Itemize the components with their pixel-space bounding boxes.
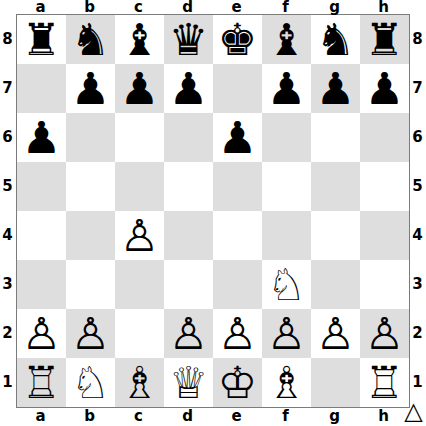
rank-label-4-left: 4 (0, 210, 15, 259)
square-b1[interactable]: ♘ (66, 358, 115, 407)
piece-black-rook[interactable]: ♜ (22, 15, 61, 64)
square-h3[interactable] (360, 260, 409, 309)
piece-black-pawn[interactable]: ♟ (218, 113, 257, 162)
file-label-f-bottom: f (261, 407, 310, 425)
square-a2[interactable]: ♙ (17, 309, 66, 358)
square-g7[interactable]: ♟ (311, 64, 360, 113)
piece-black-pawn[interactable]: ♟ (169, 64, 208, 113)
square-f1[interactable]: ♗ (262, 358, 311, 407)
square-f5[interactable] (262, 162, 311, 211)
piece-black-king[interactable]: ♚ (218, 15, 257, 64)
piece-white-pawn[interactable]: ♙ (365, 309, 404, 358)
rank-label-5-left: 5 (0, 161, 15, 210)
square-d2[interactable]: ♙ (164, 309, 213, 358)
square-h6[interactable] (360, 113, 409, 162)
square-a5[interactable] (17, 162, 66, 211)
piece-white-king[interactable]: ♔ (218, 358, 257, 407)
square-h4[interactable] (360, 211, 409, 260)
square-g8[interactable]: ♞ (311, 15, 360, 64)
chess-diagram: ♜♞♝♛♚♝♞♜♟♟♟♟♟♟♟♟♙♘♙♙♙♙♙♙♙♖♘♗♕♔♗♖ △ aabbc… (0, 0, 426, 426)
square-a6[interactable]: ♟ (17, 113, 66, 162)
square-h5[interactable] (360, 162, 409, 211)
square-f7[interactable]: ♟ (262, 64, 311, 113)
square-d8[interactable]: ♛ (164, 15, 213, 64)
file-label-h-top: h (359, 0, 408, 14)
file-label-d-bottom: d (163, 407, 212, 425)
piece-black-pawn[interactable]: ♟ (71, 64, 110, 113)
square-a8[interactable]: ♜ (17, 15, 66, 64)
square-b5[interactable] (66, 162, 115, 211)
square-f4[interactable] (262, 211, 311, 260)
square-c2[interactable] (115, 309, 164, 358)
square-e7[interactable] (213, 64, 262, 113)
square-c8[interactable]: ♝ (115, 15, 164, 64)
square-e4[interactable] (213, 211, 262, 260)
rank-label-3-left: 3 (0, 259, 15, 308)
square-h2[interactable]: ♙ (360, 309, 409, 358)
square-f8[interactable]: ♝ (262, 15, 311, 64)
square-b7[interactable]: ♟ (66, 64, 115, 113)
piece-white-rook[interactable]: ♖ (22, 358, 61, 407)
square-f6[interactable] (262, 113, 311, 162)
piece-white-knight[interactable]: ♘ (71, 358, 110, 407)
piece-black-queen[interactable]: ♛ (169, 15, 208, 64)
rank-label-3-right: 3 (409, 259, 426, 308)
file-label-a-top: a (16, 0, 65, 14)
square-d5[interactable] (164, 162, 213, 211)
square-c4[interactable]: ♙ (115, 211, 164, 260)
square-d1[interactable]: ♕ (164, 358, 213, 407)
file-label-f-top: f (261, 0, 310, 14)
rank-label-2-right: 2 (409, 308, 426, 357)
square-b3[interactable] (66, 260, 115, 309)
square-e3[interactable] (213, 260, 262, 309)
square-b2[interactable]: ♙ (66, 309, 115, 358)
rank-label-1-left: 1 (0, 357, 15, 406)
file-label-g-top: g (310, 0, 359, 14)
square-g1[interactable] (311, 358, 360, 407)
file-label-e-bottom: e (212, 407, 261, 425)
piece-white-rook[interactable]: ♖ (365, 358, 404, 407)
piece-black-pawn[interactable]: ♟ (316, 64, 355, 113)
square-g5[interactable] (311, 162, 360, 211)
square-a3[interactable] (17, 260, 66, 309)
rank-label-7-right: 7 (409, 63, 426, 112)
square-d7[interactable]: ♟ (164, 64, 213, 113)
rank-label-6-right: 6 (409, 112, 426, 161)
square-a4[interactable] (17, 211, 66, 260)
piece-white-bishop[interactable]: ♗ (120, 358, 159, 407)
piece-white-queen[interactable]: ♕ (169, 358, 208, 407)
square-a1[interactable]: ♖ (17, 358, 66, 407)
square-e6[interactable]: ♟ (213, 113, 262, 162)
piece-black-rook[interactable]: ♜ (365, 15, 404, 64)
piece-black-bishop[interactable]: ♝ (120, 15, 159, 64)
square-e2[interactable]: ♙ (213, 309, 262, 358)
file-label-a-bottom: a (16, 407, 65, 425)
piece-black-pawn[interactable]: ♟ (267, 64, 306, 113)
piece-white-bishop[interactable]: ♗ (267, 358, 306, 407)
piece-black-bishop[interactable]: ♝ (267, 15, 306, 64)
square-d3[interactable] (164, 260, 213, 309)
square-f3[interactable]: ♘ (262, 260, 311, 309)
file-label-d-top: d (163, 0, 212, 14)
rank-label-2-left: 2 (0, 308, 15, 357)
square-c5[interactable] (115, 162, 164, 211)
piece-white-pawn[interactable]: ♙ (22, 309, 61, 358)
file-label-c-top: c (114, 0, 163, 14)
square-e1[interactable]: ♔ (213, 358, 262, 407)
piece-white-pawn[interactable]: ♙ (71, 309, 110, 358)
file-label-h-bottom: h (359, 407, 408, 425)
piece-white-pawn[interactable]: ♙ (316, 309, 355, 358)
square-d6[interactable] (164, 113, 213, 162)
piece-black-knight[interactable]: ♞ (316, 15, 355, 64)
piece-white-knight[interactable]: ♘ (267, 260, 306, 309)
piece-white-pawn[interactable]: ♙ (120, 211, 159, 260)
square-b6[interactable] (66, 113, 115, 162)
rank-label-8-right: 8 (409, 14, 426, 63)
file-label-g-bottom: g (310, 407, 359, 425)
chess-board: ♜♞♝♛♚♝♞♜♟♟♟♟♟♟♟♟♙♘♙♙♙♙♙♙♙♖♘♗♕♔♗♖ (16, 14, 410, 408)
square-c6[interactable] (115, 113, 164, 162)
piece-white-pawn[interactable]: ♙ (218, 309, 257, 358)
square-e8[interactable]: ♚ (213, 15, 262, 64)
file-label-e-top: e (212, 0, 261, 14)
square-a7[interactable] (17, 64, 66, 113)
square-c1[interactable]: ♗ (115, 358, 164, 407)
square-d4[interactable] (164, 211, 213, 260)
rank-label-6-left: 6 (0, 112, 15, 161)
rank-label-7-left: 7 (0, 63, 15, 112)
square-h7[interactable]: ♟ (360, 64, 409, 113)
square-b4[interactable] (66, 211, 115, 260)
square-c7[interactable]: ♟ (115, 64, 164, 113)
square-e5[interactable] (213, 162, 262, 211)
square-g2[interactable]: ♙ (311, 309, 360, 358)
rank-label-1-right: 1 (409, 357, 426, 406)
piece-black-pawn[interactable]: ♟ (365, 64, 404, 113)
rank-label-4-right: 4 (409, 210, 426, 259)
square-f2[interactable]: ♙ (262, 309, 311, 358)
piece-black-pawn[interactable]: ♟ (120, 64, 159, 113)
piece-black-knight[interactable]: ♞ (71, 15, 110, 64)
square-c3[interactable] (115, 260, 164, 309)
square-g3[interactable] (311, 260, 360, 309)
square-h8[interactable]: ♜ (360, 15, 409, 64)
piece-white-pawn[interactable]: ♙ (169, 309, 208, 358)
square-g6[interactable] (311, 113, 360, 162)
piece-black-pawn[interactable]: ♟ (22, 113, 61, 162)
piece-white-pawn[interactable]: ♙ (267, 309, 306, 358)
file-label-b-bottom: b (65, 407, 114, 425)
rank-label-5-right: 5 (409, 161, 426, 210)
file-label-c-bottom: c (114, 407, 163, 425)
square-g4[interactable] (311, 211, 360, 260)
square-b8[interactable]: ♞ (66, 15, 115, 64)
file-label-b-top: b (65, 0, 114, 14)
rank-label-8-left: 8 (0, 14, 15, 63)
